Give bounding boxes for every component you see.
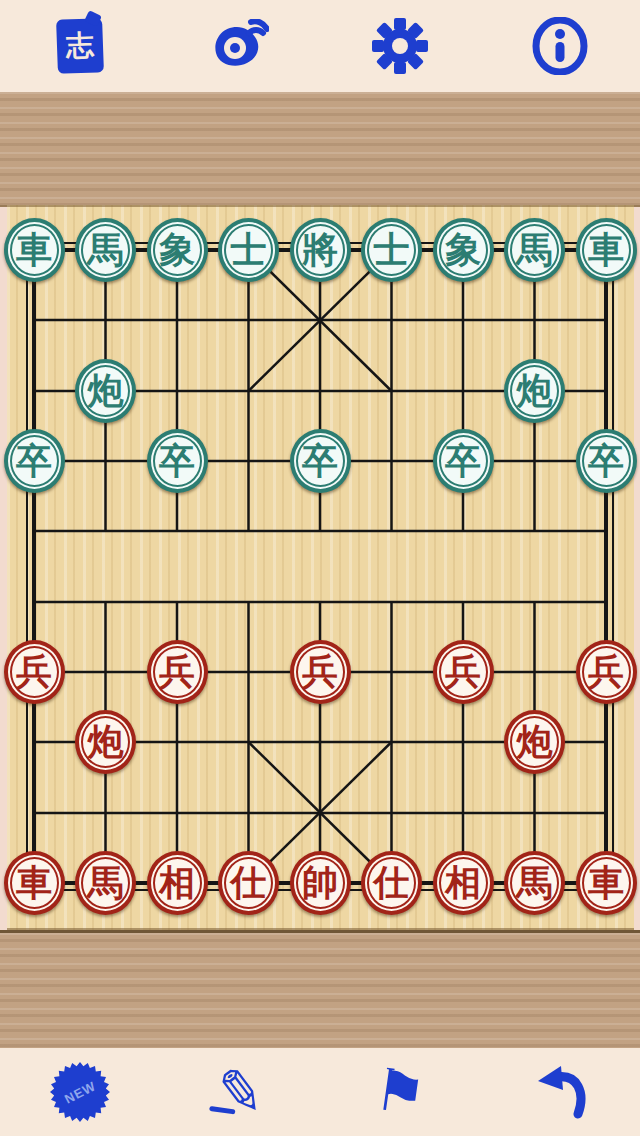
about-button[interactable] bbox=[480, 0, 640, 92]
piece-black-卒[interactable]: 卒 bbox=[433, 429, 494, 493]
piece-glyph: 相 bbox=[159, 865, 195, 901]
piece-black-車[interactable]: 車 bbox=[4, 218, 65, 282]
info-icon bbox=[532, 17, 588, 75]
new-game-button[interactable]: NEW bbox=[0, 1048, 160, 1136]
piece-black-馬[interactable]: 馬 bbox=[504, 218, 565, 282]
piece-red-相[interactable]: 相 bbox=[433, 851, 494, 915]
piece-glyph: 士 bbox=[374, 232, 410, 268]
game-manual-button[interactable]: 志 bbox=[0, 0, 160, 92]
piece-glyph: 兵 bbox=[588, 654, 624, 690]
piece-glyph: 車 bbox=[588, 865, 624, 901]
piece-red-兵[interactable]: 兵 bbox=[433, 640, 494, 704]
piece-glyph: 炮 bbox=[517, 373, 553, 409]
piece-glyph: 卒 bbox=[159, 443, 195, 479]
pencil-icon: ✎ bbox=[212, 1060, 268, 1124]
piece-glyph: 兵 bbox=[159, 654, 195, 690]
piece-black-象[interactable]: 象 bbox=[433, 218, 494, 282]
settings-button[interactable] bbox=[320, 0, 480, 92]
weibo-share-button[interactable] bbox=[160, 0, 320, 92]
piece-glyph: 車 bbox=[588, 232, 624, 268]
piece-black-炮[interactable]: 炮 bbox=[504, 359, 565, 423]
piece-red-兵[interactable]: 兵 bbox=[147, 640, 208, 704]
piece-black-卒[interactable]: 卒 bbox=[290, 429, 351, 493]
piece-red-帥[interactable]: 帥 bbox=[290, 851, 351, 915]
piece-glyph: 仕 bbox=[231, 865, 267, 901]
piece-black-卒[interactable]: 卒 bbox=[576, 429, 637, 493]
piece-red-兵[interactable]: 兵 bbox=[4, 640, 65, 704]
piece-black-車[interactable]: 車 bbox=[576, 218, 637, 282]
piece-red-仕[interactable]: 仕 bbox=[218, 851, 279, 915]
piece-red-兵[interactable]: 兵 bbox=[576, 640, 637, 704]
piece-red-炮[interactable]: 炮 bbox=[75, 710, 136, 774]
gear-icon bbox=[371, 17, 429, 75]
piece-glyph: 象 bbox=[159, 232, 195, 268]
piece-glyph: 將 bbox=[302, 232, 338, 268]
piece-glyph: 相 bbox=[445, 865, 481, 901]
piece-glyph: 馬 bbox=[517, 865, 553, 901]
board-frame-bottom bbox=[0, 930, 640, 1051]
piece-glyph: 兵 bbox=[302, 654, 338, 690]
piece-glyph: 卒 bbox=[588, 443, 624, 479]
piece-black-卒[interactable]: 卒 bbox=[4, 429, 65, 493]
piece-black-士[interactable]: 士 bbox=[218, 218, 279, 282]
piece-black-卒[interactable]: 卒 bbox=[147, 429, 208, 493]
piece-black-馬[interactable]: 馬 bbox=[75, 218, 136, 282]
piece-glyph: 馬 bbox=[517, 232, 553, 268]
piece-black-象[interactable]: 象 bbox=[147, 218, 208, 282]
xiangqi-app-screen: 志 bbox=[0, 0, 640, 1136]
piece-black-炮[interactable]: 炮 bbox=[75, 359, 136, 423]
piece-glyph: 馬 bbox=[88, 865, 124, 901]
piece-glyph: 卒 bbox=[302, 443, 338, 479]
flag-button[interactable]: ⚑ bbox=[320, 1048, 480, 1136]
book-zhi-icon: 志 bbox=[56, 18, 104, 74]
piece-glyph: 馬 bbox=[88, 232, 124, 268]
piece-glyph: 車 bbox=[16, 865, 52, 901]
piece-glyph: 兵 bbox=[16, 654, 52, 690]
piece-red-車[interactable]: 車 bbox=[576, 851, 637, 915]
new-badge-icon: NEW bbox=[48, 1060, 112, 1124]
piece-glyph: 仕 bbox=[374, 865, 410, 901]
piece-glyph: 卒 bbox=[16, 443, 52, 479]
top-toolbar: 志 bbox=[0, 0, 640, 92]
piece-red-相[interactable]: 相 bbox=[147, 851, 208, 915]
piece-glyph: 帥 bbox=[302, 865, 338, 901]
edit-position-button[interactable]: ✎ bbox=[160, 1048, 320, 1136]
xiangqi-board[interactable]: 車馬象士將士象馬車炮炮卒卒卒卒卒兵兵兵兵兵炮炮車馬相仕帥仕相馬車 bbox=[0, 205, 640, 930]
weibo-icon bbox=[211, 19, 269, 73]
piece-red-炮[interactable]: 炮 bbox=[504, 710, 565, 774]
piece-black-士[interactable]: 士 bbox=[361, 218, 422, 282]
piece-glyph: 炮 bbox=[88, 724, 124, 760]
board-frame-top bbox=[0, 92, 640, 207]
piece-glyph: 炮 bbox=[517, 724, 553, 760]
piece-red-馬[interactable]: 馬 bbox=[75, 851, 136, 915]
piece-glyph: 炮 bbox=[88, 373, 124, 409]
board-grid-lines bbox=[0, 205, 640, 930]
undo-icon bbox=[531, 1064, 589, 1120]
piece-glyph: 兵 bbox=[445, 654, 481, 690]
piece-glyph: 士 bbox=[231, 232, 267, 268]
piece-red-仕[interactable]: 仕 bbox=[361, 851, 422, 915]
piece-red-車[interactable]: 車 bbox=[4, 851, 65, 915]
bottom-toolbar: NEW ✎ ⚑ bbox=[0, 1048, 640, 1136]
piece-glyph: 象 bbox=[445, 232, 481, 268]
piece-glyph: 車 bbox=[16, 232, 52, 268]
piece-red-馬[interactable]: 馬 bbox=[504, 851, 565, 915]
flag-icon: ⚑ bbox=[370, 1060, 430, 1125]
piece-red-兵[interactable]: 兵 bbox=[290, 640, 351, 704]
piece-black-將[interactable]: 將 bbox=[290, 218, 351, 282]
undo-button[interactable] bbox=[480, 1048, 640, 1136]
piece-glyph: 卒 bbox=[445, 443, 481, 479]
